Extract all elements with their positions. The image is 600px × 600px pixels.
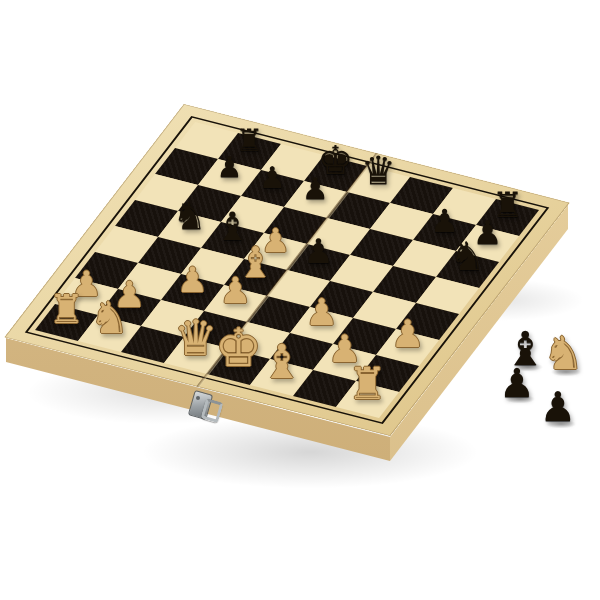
piece-white-knight-b1[interactable]: ♞ bbox=[90, 296, 129, 340]
piece-white-pawn-f3[interactable]: ♟ bbox=[305, 294, 338, 331]
piece-black-pawn-b7[interactable]: ♟ bbox=[217, 153, 243, 182]
piece-white-knight-captured-3[interactable]: ♞ bbox=[542, 330, 583, 376]
pieces-layer: ♜♚♛♜♟♟♟♟♟♞♞♝♟♟♝♟♟♟♟♟♟♟♜♞♛♚♝♜♝♟♞♟ bbox=[0, 0, 600, 600]
piece-white-queen-d1[interactable]: ♛ bbox=[174, 313, 218, 362]
chess-set-scene: ♜♚♛♜♟♟♟♟♟♞♞♝♟♟♝♟♟♟♟♟♟♟♜♞♛♚♝♜♝♟♞♟ bbox=[0, 0, 600, 600]
piece-white-bishop-f1[interactable]: ♝ bbox=[260, 337, 302, 384]
piece-black-queen-e8[interactable]: ♛ bbox=[361, 151, 396, 190]
piece-black-knight-b5[interactable]: ♞ bbox=[172, 197, 206, 235]
clasp-hook bbox=[200, 398, 223, 423]
piece-white-pawn-h3[interactable]: ♟ bbox=[390, 315, 424, 353]
piece-black-pawn-c7[interactable]: ♟ bbox=[259, 163, 286, 193]
piece-black-pawn-captured-4[interactable]: ♟ bbox=[540, 387, 577, 428]
metal-clasp[interactable] bbox=[183, 388, 223, 428]
piece-white-rook-h1[interactable]: ♜ bbox=[348, 362, 387, 406]
piece-white-pawn-c3[interactable]: ♟ bbox=[177, 262, 208, 297]
piece-white-rook-a1[interactable]: ♜ bbox=[49, 288, 85, 328]
clasp-screw bbox=[196, 396, 200, 400]
piece-black-pawn-e5[interactable]: ♟ bbox=[303, 233, 333, 267]
piece-white-king-e1[interactable]: ♚ bbox=[215, 321, 263, 374]
piece-white-pawn-d3[interactable]: ♟ bbox=[219, 273, 251, 309]
piece-black-pawn-d7[interactable]: ♟ bbox=[302, 174, 329, 204]
piece-black-knight-h6[interactable]: ♞ bbox=[450, 235, 486, 275]
piece-black-pawn-captured-2[interactable]: ♟ bbox=[499, 363, 535, 403]
